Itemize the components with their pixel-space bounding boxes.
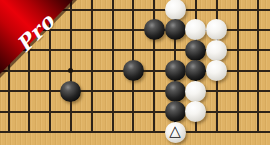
white-stone (206, 60, 227, 81)
white-stone: △ (165, 122, 186, 143)
black-stone (165, 60, 186, 81)
white-stone (185, 19, 206, 40)
board-vline (237, 0, 239, 133)
white-stone (185, 101, 206, 122)
board-vline (257, 0, 259, 133)
white-stone (206, 40, 227, 61)
last-move-marker: △ (169, 124, 181, 139)
board-vline (91, 0, 93, 133)
star-point (68, 68, 73, 73)
black-stone (185, 40, 206, 61)
board-vline (70, 0, 72, 133)
white-stone (165, 0, 186, 20)
black-stone (165, 19, 186, 40)
board-hline (0, 111, 270, 113)
black-stone (185, 60, 206, 81)
board-hline (0, 90, 270, 92)
white-stone (206, 19, 227, 40)
app-screen: △ Pro (0, 0, 270, 145)
black-stone (165, 101, 186, 122)
black-stone (123, 60, 144, 81)
black-stone (165, 81, 186, 102)
white-stone (185, 81, 206, 102)
board-hline (0, 131, 270, 133)
board-hline (0, 49, 270, 51)
board-vline (112, 0, 114, 133)
black-stone (144, 19, 165, 40)
black-stone (60, 81, 81, 102)
